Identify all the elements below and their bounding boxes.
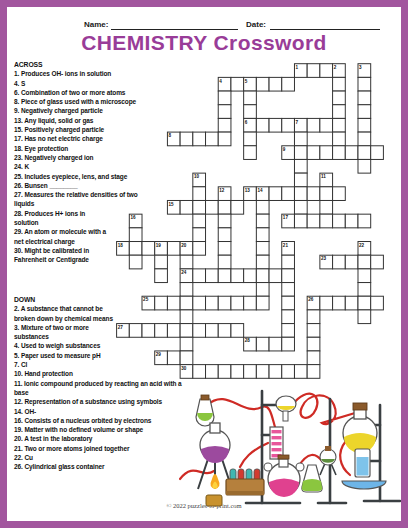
- clue-number-1: 1: [296, 65, 299, 70]
- green-erlenmeyer: [302, 465, 322, 492]
- grid-cell-r11c14: [294, 214, 307, 228]
- striped-column: [270, 427, 283, 459]
- grid-cell-r1c9: [231, 77, 244, 91]
- across-clue-1: 1. Produces OH- ions in solution: [14, 69, 192, 78]
- grid-cell-r15c9: [231, 269, 244, 283]
- grid-cell-r15c7: [206, 269, 219, 283]
- down-clue-4: 4. Used to weigh substances: [14, 341, 106, 350]
- grid-cell-r20c13: [282, 337, 295, 351]
- grid-cell-r11c17: [333, 214, 346, 228]
- grid-cell-r10c14: [294, 200, 307, 214]
- grid-cell-r14c11: [256, 255, 269, 269]
- down-clue-11: 11. Ionic compound produced by reacting …: [14, 379, 190, 398]
- down-clue-16: 16. Consists of a nucleus orbited by ele…: [14, 416, 192, 425]
- grid-cell-r4c19: [358, 118, 371, 132]
- grid-cell-r19c7: [206, 324, 219, 338]
- grid-cell-r2c17: [333, 91, 346, 105]
- grid-cell-r19c15: [307, 324, 320, 338]
- grid-cell-r17c9: [231, 296, 244, 310]
- grid-cell-r14c8: [218, 255, 231, 269]
- mini-stand-flask: [320, 446, 336, 475]
- grid-cell-r2c10: [244, 91, 257, 105]
- grid-cell-r1c11: [256, 77, 269, 91]
- grid-cell-r17c16: [320, 296, 333, 310]
- grid-cell-r15c11: [256, 269, 269, 283]
- grid-cell-r4c13: [282, 118, 295, 132]
- down-clue-5: 5. Paper used to measure pH: [14, 351, 192, 360]
- clue-number-3: 3: [359, 65, 362, 70]
- grid-cell-r6c18: [345, 146, 358, 160]
- down-clue-21: 21. Two or more atoms joined together: [14, 444, 192, 453]
- grid-cell-r5c7: [206, 132, 219, 146]
- grid-cell-r9c15: [307, 187, 320, 201]
- down-clues: DOWN 2. A substance that cannot be broke…: [14, 295, 202, 472]
- grid-cell-r22c13: [282, 365, 295, 379]
- grid-cell-r19c13: [282, 324, 295, 338]
- grid-cell-r0c15: [307, 64, 320, 78]
- grid-cell-r9c13: [282, 187, 295, 201]
- across-clue-25: 25. Includes eyepiece, lens, and stage: [14, 172, 192, 181]
- grid-cell-r18c19: [358, 310, 371, 324]
- grid-cell-r13c8: [218, 242, 231, 256]
- grid-cell-r3c10: [244, 105, 257, 119]
- test-tube-rack: [226, 469, 264, 495]
- grid-cell-r8c14: [294, 173, 307, 187]
- grid-cell-r17c11: [256, 296, 269, 310]
- grid-cell-r22c15: [307, 365, 320, 379]
- grid-cell-r18c15: [307, 310, 320, 324]
- grid-cell-r12c6: [193, 228, 206, 242]
- grid-cell-r6c17: [333, 146, 346, 160]
- grid-cell-r9c6: [193, 187, 206, 201]
- grid-cell-r17c10: [244, 296, 257, 310]
- grid-cell-r6c15: [307, 146, 320, 160]
- grid-cell-r7c19: [358, 159, 371, 173]
- clue-number-9: 9: [283, 147, 286, 152]
- grid-cell-r22c12: [269, 365, 282, 379]
- grid-cell-r15c19: [358, 269, 371, 283]
- clue-number-10: 10: [194, 174, 200, 179]
- grid-cell-r22c9: [231, 365, 244, 379]
- grid-cell-r16c13: [282, 283, 295, 297]
- grid-cell-r4c17: [333, 118, 346, 132]
- grid-cell-r21c15: [307, 351, 320, 365]
- grid-cell-r1c12: [269, 77, 282, 91]
- grid-cell-r3c19: [358, 105, 371, 119]
- grid-cell-r10c7: [206, 200, 219, 214]
- grid-cell-r17c7: [206, 296, 219, 310]
- grid-cell-r19c8: [218, 324, 231, 338]
- grid-cell-r9c16: [320, 187, 333, 201]
- across-clue-28: 28. Produces H+ ions in solution: [14, 209, 111, 228]
- grid-cell-r16c11: [256, 283, 269, 297]
- across-clue-8: 8. Piece of glass used with a microscope: [14, 97, 192, 106]
- clue-number-13: 13: [245, 188, 251, 193]
- down-clue-20: 20. A test in the laboratory: [14, 434, 192, 443]
- clue-number-5: 5: [245, 79, 248, 84]
- magenta-round-flask: [264, 455, 304, 497]
- clue-number-4: 4: [219, 79, 222, 84]
- grid-cell-r11c19: [358, 214, 371, 228]
- across-clue-30: 30. Might be calibrated in Fahrenheit or…: [14, 246, 120, 265]
- across-clue-17: 17. Has no net electric charge: [14, 134, 192, 143]
- across-clue-23: 23. Negatively charged ion: [14, 153, 192, 162]
- name-label: Name:: [84, 20, 108, 29]
- grid-cell-r15c6: [193, 269, 206, 283]
- grid-cell-r5c10: [244, 132, 257, 146]
- grid-cell-r20c11: [256, 337, 269, 351]
- grid-cell-r10c11: [256, 200, 269, 214]
- clue-number-23: 23: [321, 256, 327, 261]
- grid-cell-r3c17: [333, 105, 346, 119]
- clue-number-11: 11: [321, 174, 326, 179]
- crossword-worksheet-page: Name: Date: CHEMISTRY Crossword ACROSS 1…: [0, 0, 408, 528]
- across-clue-9: 9. Negatively charged particle: [14, 106, 192, 115]
- grid-cell-r22c10: [244, 365, 257, 379]
- grid-cell-r14c13: [282, 255, 295, 269]
- down-clue-3: 3. Mixture of two or more substances: [14, 323, 106, 342]
- down-clue-7: 7. Cl: [14, 360, 192, 369]
- grid-cell-r9c14: [294, 187, 307, 201]
- grid-cell-r0c16: [320, 64, 333, 78]
- grid-cell-r17c18: [345, 296, 358, 310]
- name-write-line: [111, 29, 238, 30]
- clue-number-7: 7: [296, 120, 299, 125]
- grid-cell-r3c8: [218, 105, 231, 119]
- grid-cell-r16c19: [358, 283, 371, 297]
- down-clue-12: 12. Representation of a substance using …: [14, 397, 180, 406]
- grid-cell-r6c19: [358, 146, 371, 160]
- grid-cell-r10c16: [320, 200, 333, 214]
- grid-cell-r2c19: [358, 91, 371, 105]
- grid-cell-r1c13: [282, 77, 295, 91]
- grid-cell-r2c8: [218, 91, 231, 105]
- grid-cell-r6c14: [294, 146, 307, 160]
- grid-cell-r9c12: [269, 187, 282, 201]
- grid-cell-r13c6: [193, 242, 206, 256]
- grid-cell-r10c6: [193, 200, 206, 214]
- grid-cell-r4c16: [320, 118, 333, 132]
- clue-number-26: 26: [308, 297, 314, 302]
- grid-cell-r4c12: [269, 118, 282, 132]
- down-clue-2: 2. A substance that cannot be broken dow…: [14, 304, 117, 323]
- grid-cell-r15c12: [269, 269, 282, 283]
- grid-cell-r17c20: [371, 296, 384, 310]
- grid-cell-r12c11: [256, 228, 269, 242]
- grid-cell-r11c11: [256, 214, 269, 228]
- grid-cell-r17c13: [282, 296, 295, 310]
- grid-cell-r5c8: [218, 132, 231, 146]
- clue-number-12: 12: [219, 188, 225, 193]
- grid-cell-r14c17: [333, 255, 346, 269]
- grid-cell-r11c6: [193, 214, 206, 228]
- across-clue-24: 24. K: [14, 162, 192, 171]
- grid-cell-r22c8: [218, 365, 231, 379]
- grid-cell-r14c18: [345, 255, 358, 269]
- grid-cell-r17c8: [218, 296, 231, 310]
- grid-cell-r10c8: [218, 200, 231, 214]
- clue-number-22: 22: [359, 243, 365, 248]
- grid-cell-r22c11: [256, 365, 269, 379]
- grid-cell-r15c8: [218, 269, 231, 283]
- grid-cell-r4c15: [307, 118, 320, 132]
- grid-cell-r15c13: [282, 269, 295, 283]
- grid-cell-r5c6: [193, 132, 206, 146]
- across-clue-29: 29. An atom or molecule with a net elect…: [14, 227, 113, 246]
- clue-number-17: 17: [283, 215, 289, 220]
- grid-cell-r11c8: [218, 214, 231, 228]
- grid-cell-r7c14: [294, 159, 307, 173]
- across-clue-6: 6. Combination of two or more atoms: [14, 88, 192, 97]
- down-clue-26: 26. Cylindrical glass container: [14, 462, 192, 471]
- grid-cell-r5c19: [358, 132, 371, 146]
- grid-cell-r20c12: [269, 337, 282, 351]
- clue-number-2: 2: [334, 65, 337, 70]
- date-label: Date:: [246, 20, 266, 29]
- clue-number-6: 6: [245, 120, 248, 125]
- across-clue-18: 18. Eye protection: [14, 144, 192, 153]
- grid-cell-r10c9: [231, 200, 244, 214]
- grid-cell-r5c17: [333, 132, 346, 146]
- clue-number-28: 28: [245, 338, 251, 343]
- across-clue-13: 13. Any liquid, solid or gas: [14, 116, 192, 125]
- grid-cell-r4c11: [256, 118, 269, 132]
- across-heading: ACROSS: [14, 60, 192, 69]
- grid-cell-r14c20: [371, 255, 384, 269]
- grid-cell-r18c13: [282, 310, 295, 324]
- grid-cell-r4c8: [218, 118, 231, 132]
- grid-cell-r22c14: [294, 365, 307, 379]
- grid-cell-r9c17: [333, 187, 346, 201]
- grid-cell-r22c7: [206, 365, 219, 379]
- grid-cell-r17c17: [333, 296, 346, 310]
- grid-cell-r17c19: [358, 296, 371, 310]
- grid-cell-r1c19: [358, 77, 371, 91]
- grid-cell-r6c10: [244, 146, 257, 160]
- grid-cell-r11c16: [320, 214, 333, 228]
- grid-cell-r5c14: [294, 132, 307, 146]
- grid-cell-r20c15: [307, 337, 320, 351]
- grid-cell-r14c19: [358, 255, 371, 269]
- clue-number-21: 21: [283, 243, 289, 248]
- across-clue-26: 26. Bunsen ________: [14, 181, 192, 190]
- clue-number-14: 14: [257, 188, 263, 193]
- grid-cell-r11c15: [307, 214, 320, 228]
- yellow-florence-flask: [343, 403, 377, 453]
- grid-cell-r12c8: [218, 228, 231, 242]
- across-clue-27: 27. Measures the relative densities of t…: [14, 190, 154, 209]
- date-write-line: [270, 29, 380, 30]
- down-clue-10: 10. Hand protection: [14, 369, 192, 378]
- grid-cell-r6c20: [371, 146, 384, 160]
- grid-cell-r15c10: [244, 269, 257, 283]
- separatory-funnel: [276, 396, 296, 421]
- grid-cell-r6c16: [320, 146, 333, 160]
- down-heading: DOWN: [14, 295, 202, 304]
- clue-number-24: 24: [181, 270, 187, 275]
- across-clue-15: 15. Positively charged particle: [14, 125, 192, 134]
- grid-cell-r19c9: [231, 324, 244, 338]
- down-clue-22: 22. Cu: [14, 453, 192, 462]
- grid-cell-r13c11: [256, 242, 269, 256]
- page-title: CHEMISTRY Crossword: [0, 31, 408, 55]
- down-clue-19: 19. Matter with no defined volume or sha…: [14, 425, 192, 434]
- grid-cell-r1c17: [333, 77, 346, 91]
- grid-cell-r15c3: [155, 269, 168, 283]
- down-clue-14: 14. OH-: [14, 407, 192, 416]
- grid-cell-r11c18: [345, 214, 358, 228]
- across-clue-4: 4. S: [14, 79, 192, 88]
- across-clues: ACROSS 1. Produces OH- ions in solution4…: [14, 60, 192, 265]
